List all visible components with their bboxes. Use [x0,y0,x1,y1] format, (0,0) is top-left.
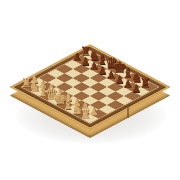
product-photo-scene: ♜♞♝♛♚♝♞♜♟♟♟♟♟♟♟♟♟♟♟♟♟♟♟♟♜♞♝♛♚♝♞♜ [0,0,180,180]
box-fold-seam [127,108,129,118]
board-square-e4 [82,87,99,96]
